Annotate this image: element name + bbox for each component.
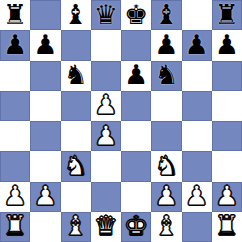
piece-white-pawn[interactable]: ♟: [33, 182, 57, 209]
square-h8[interactable]: ♜: [212, 0, 242, 30]
square-f3[interactable]: ♞: [151, 151, 181, 181]
piece-black-rook[interactable]: ♜: [3, 1, 27, 28]
square-f1[interactable]: ♝: [151, 212, 181, 242]
square-e8[interactable]: ♚: [121, 0, 151, 30]
square-a6[interactable]: [0, 61, 30, 91]
square-c3[interactable]: ♞: [61, 151, 91, 181]
square-f8[interactable]: ♝: [151, 0, 181, 30]
square-d6[interactable]: [91, 61, 121, 91]
square-b5[interactable]: [30, 91, 60, 121]
piece-black-pawn[interactable]: ♟: [185, 31, 209, 58]
piece-white-knight[interactable]: ♞: [64, 152, 88, 179]
piece-white-rook[interactable]: ♜: [3, 212, 27, 239]
square-d8[interactable]: ♛: [91, 0, 121, 30]
square-b4[interactable]: [30, 121, 60, 151]
piece-white-pawn[interactable]: ♟: [94, 91, 118, 118]
piece-black-pawn[interactable]: ♟: [154, 31, 178, 58]
piece-black-knight[interactable]: ♞: [154, 61, 178, 88]
square-b7[interactable]: ♟: [30, 30, 60, 60]
piece-white-pawn[interactable]: ♟: [185, 182, 209, 209]
square-d1[interactable]: ♛: [91, 212, 121, 242]
square-c5[interactable]: [61, 91, 91, 121]
square-c1[interactable]: ♝: [61, 212, 91, 242]
square-g7[interactable]: ♟: [182, 30, 212, 60]
square-c6[interactable]: ♞: [61, 61, 91, 91]
square-a2[interactable]: ♟: [0, 182, 30, 212]
chess-board-wrapper: ♜♝♛♚♝♜♟♟♟♟♟♞♟♞♟♟♞♞♟♟♟♟♟♜♝♛♚♝♜: [0, 0, 242, 242]
square-e4[interactable]: [121, 121, 151, 151]
square-d4[interactable]: ♟: [91, 121, 121, 151]
square-d2[interactable]: [91, 182, 121, 212]
square-e1[interactable]: ♚: [121, 212, 151, 242]
square-b6[interactable]: [30, 61, 60, 91]
square-a8[interactable]: ♜: [0, 0, 30, 30]
square-h2[interactable]: ♟: [212, 182, 242, 212]
square-a5[interactable]: [0, 91, 30, 121]
square-e3[interactable]: [121, 151, 151, 181]
square-a7[interactable]: ♟: [0, 30, 30, 60]
square-f7[interactable]: ♟: [151, 30, 181, 60]
square-d7[interactable]: [91, 30, 121, 60]
piece-black-bishop[interactable]: ♝: [154, 1, 178, 28]
square-a3[interactable]: [0, 151, 30, 181]
square-b3[interactable]: [30, 151, 60, 181]
square-e2[interactable]: [121, 182, 151, 212]
piece-white-king[interactable]: ♚: [124, 212, 148, 239]
square-f4[interactable]: [151, 121, 181, 151]
chess-board: ♜♝♛♚♝♜♟♟♟♟♟♞♟♞♟♟♞♞♟♟♟♟♟♜♝♛♚♝♜: [0, 0, 242, 242]
piece-white-bishop[interactable]: ♝: [64, 212, 88, 239]
square-h4[interactable]: [212, 121, 242, 151]
square-e6[interactable]: ♟: [121, 61, 151, 91]
square-c2[interactable]: [61, 182, 91, 212]
piece-black-pawn[interactable]: ♟: [215, 31, 239, 58]
square-a4[interactable]: [0, 121, 30, 151]
piece-black-bishop[interactable]: ♝: [64, 1, 88, 28]
piece-white-pawn[interactable]: ♟: [215, 182, 239, 209]
piece-white-pawn[interactable]: ♟: [3, 182, 27, 209]
piece-black-pawn[interactable]: ♟: [124, 61, 148, 88]
square-g2[interactable]: ♟: [182, 182, 212, 212]
piece-white-queen[interactable]: ♛: [94, 212, 118, 239]
square-c8[interactable]: ♝: [61, 0, 91, 30]
square-h1[interactable]: ♜: [212, 212, 242, 242]
square-e5[interactable]: [121, 91, 151, 121]
square-h6[interactable]: [212, 61, 242, 91]
piece-black-pawn[interactable]: ♟: [33, 31, 57, 58]
square-f6[interactable]: ♞: [151, 61, 181, 91]
square-c4[interactable]: [61, 121, 91, 151]
square-b8[interactable]: [30, 0, 60, 30]
square-f2[interactable]: ♟: [151, 182, 181, 212]
square-h7[interactable]: ♟: [212, 30, 242, 60]
square-b1[interactable]: [30, 212, 60, 242]
square-a1[interactable]: ♜: [0, 212, 30, 242]
square-c7[interactable]: [61, 30, 91, 60]
square-g6[interactable]: [182, 61, 212, 91]
square-e7[interactable]: [121, 30, 151, 60]
piece-black-pawn[interactable]: ♟: [3, 31, 27, 58]
square-b2[interactable]: ♟: [30, 182, 60, 212]
square-h5[interactable]: [212, 91, 242, 121]
piece-white-rook[interactable]: ♜: [215, 212, 239, 239]
square-f5[interactable]: [151, 91, 181, 121]
square-g8[interactable]: [182, 0, 212, 30]
piece-black-knight[interactable]: ♞: [64, 61, 88, 88]
square-h3[interactable]: [212, 151, 242, 181]
piece-white-bishop[interactable]: ♝: [154, 212, 178, 239]
square-d5[interactable]: ♟: [91, 91, 121, 121]
piece-white-pawn[interactable]: ♟: [94, 122, 118, 149]
square-g3[interactable]: [182, 151, 212, 181]
square-d3[interactable]: [91, 151, 121, 181]
square-g4[interactable]: [182, 121, 212, 151]
piece-black-king[interactable]: ♚: [124, 1, 148, 28]
piece-black-rook[interactable]: ♜: [215, 1, 239, 28]
square-g5[interactable]: [182, 91, 212, 121]
piece-white-knight[interactable]: ♞: [154, 152, 178, 179]
square-g1[interactable]: [182, 212, 212, 242]
piece-black-queen[interactable]: ♛: [94, 1, 118, 28]
piece-white-pawn[interactable]: ♟: [154, 182, 178, 209]
